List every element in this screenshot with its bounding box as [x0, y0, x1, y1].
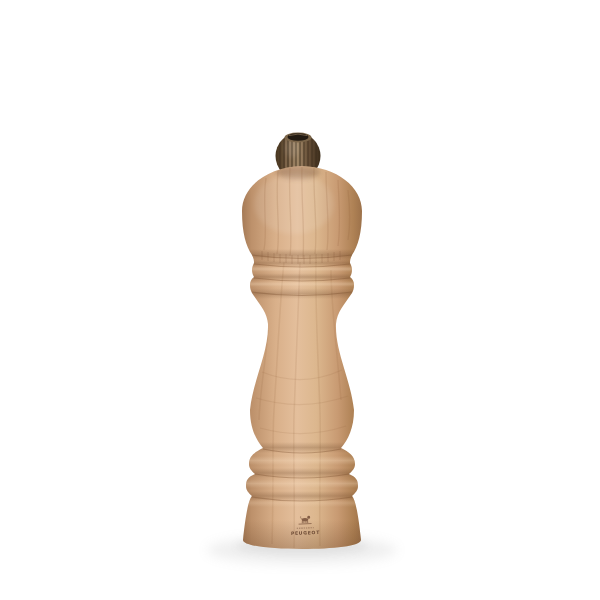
pepper-mill-image: PEUGEOT	[0, 0, 600, 600]
brand-stamp-text: PEUGEOT	[291, 530, 320, 536]
knob-opening	[285, 133, 312, 143]
product-photo: PEUGEOT	[0, 0, 600, 600]
